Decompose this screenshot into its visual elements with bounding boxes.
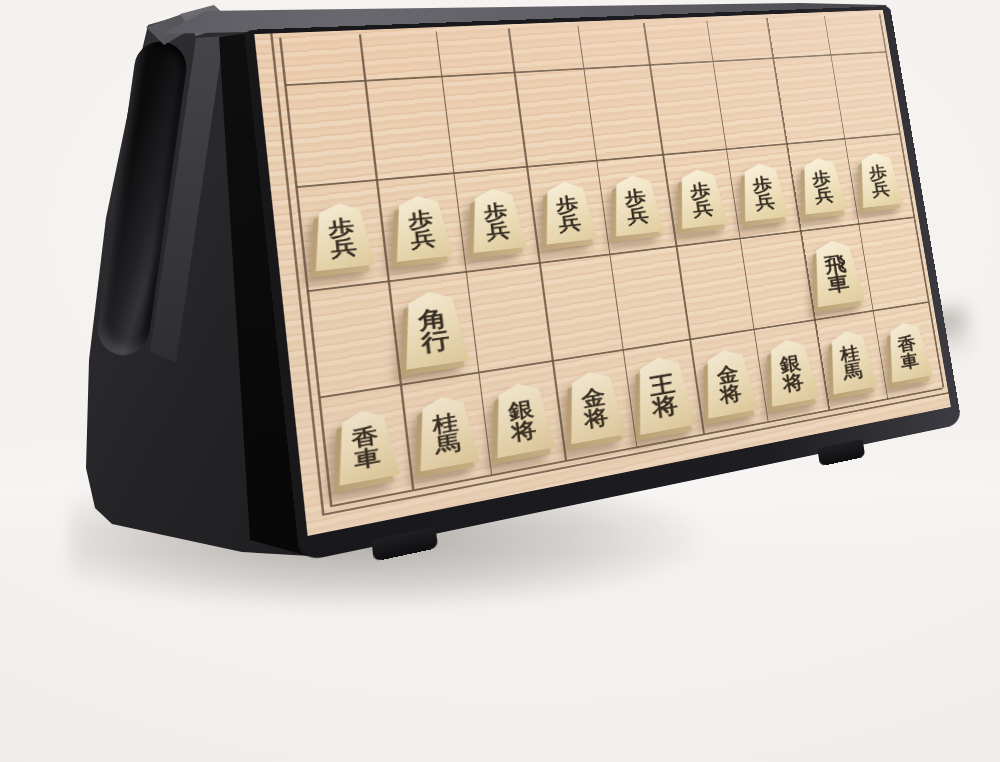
piece-side-face xyxy=(301,207,373,278)
shogi-piece-pawn[interactable]: 歩兵 xyxy=(464,186,530,253)
shogi-piece-pawn[interactable]: 歩兵 xyxy=(853,151,906,208)
shogi-piece-gold[interactable]: 金将 xyxy=(560,367,629,444)
shogi-piece-gold[interactable]: 金将 xyxy=(697,346,761,419)
piece-side-face xyxy=(481,385,553,465)
piece-side-face xyxy=(819,333,876,401)
piece-side-face xyxy=(532,185,595,250)
piece-face: 歩兵 xyxy=(464,186,530,253)
shogi-piece-pawn[interactable]: 歩兵 xyxy=(387,193,455,262)
grid-line-vertical xyxy=(879,14,944,388)
grid-line-horizontal xyxy=(295,133,899,187)
grid-line-vertical xyxy=(359,34,414,489)
grid-line-vertical xyxy=(577,26,637,447)
piece-side-face xyxy=(382,199,451,268)
piece-face: 金将 xyxy=(697,346,761,419)
shogi-piece-bishop[interactable]: 角行 xyxy=(395,288,472,370)
grid-line-vertical xyxy=(824,16,889,399)
piece-face: 歩兵 xyxy=(853,151,906,208)
piece-face: 歩兵 xyxy=(795,156,849,215)
piece-face: 香車 xyxy=(881,319,934,383)
piece-face: 歩兵 xyxy=(735,162,791,222)
piece-side-face xyxy=(668,173,727,235)
shogi-piece-pawn[interactable]: 歩兵 xyxy=(795,156,849,215)
piece-side-face xyxy=(693,352,757,425)
grid-line-vertical xyxy=(279,38,332,506)
piece-side-face xyxy=(459,192,525,259)
piece-face: 角行 xyxy=(395,288,472,370)
piece-side-face xyxy=(757,342,819,413)
shogi-piece-pawn[interactable]: 歩兵 xyxy=(306,201,377,272)
piece-side-face xyxy=(405,398,477,478)
shogi-piece-silver[interactable]: 銀将 xyxy=(760,336,821,407)
piece-side-face xyxy=(601,179,662,243)
grid-line-vertical xyxy=(706,21,769,422)
shogi-piece-rook[interactable]: 飛車 xyxy=(806,238,867,308)
grid-line-vertical xyxy=(766,18,830,409)
piece-side-face xyxy=(555,373,624,451)
shogi-piece-lance[interactable]: 香車 xyxy=(881,319,934,383)
product-photo-shogi-set: 歩兵歩兵歩兵歩兵歩兵歩兵歩兵歩兵歩兵角行飛車香車桂馬銀将金将王将金将銀将桂馬香車 xyxy=(0,0,1000,762)
shogi-piece-pawn[interactable]: 歩兵 xyxy=(606,173,667,236)
piece-side-face xyxy=(390,294,467,377)
shogi-piece-knight[interactable]: 桂馬 xyxy=(822,327,879,394)
piece-face: 銀将 xyxy=(760,336,821,407)
shogi-piece-lance[interactable]: 香車 xyxy=(329,406,402,486)
piece-face: 香車 xyxy=(329,406,402,486)
shogi-piece-silver[interactable]: 銀将 xyxy=(486,379,558,459)
shogi-piece-knight[interactable]: 桂馬 xyxy=(410,392,482,472)
piece-face: 歩兵 xyxy=(606,173,667,236)
piece-face: 歩兵 xyxy=(306,201,377,272)
piece-face: 歩兵 xyxy=(536,180,599,245)
piece-side-face xyxy=(731,167,788,227)
piece-side-face xyxy=(849,156,902,214)
grid-line-horizontal xyxy=(318,301,928,398)
piece-face: 王将 xyxy=(628,353,699,436)
piece-side-face xyxy=(623,358,694,441)
grid-line-vertical xyxy=(436,31,493,474)
piece-face: 歩兵 xyxy=(672,167,731,229)
piece-face: 飛車 xyxy=(806,238,867,308)
piece-side-face xyxy=(791,161,846,220)
grid-line-horizontal xyxy=(307,217,914,292)
shogi-piece-pawn[interactable]: 歩兵 xyxy=(735,162,791,222)
piece-face: 銀将 xyxy=(486,379,558,459)
piece-side-face xyxy=(324,412,397,493)
piece-face: 歩兵 xyxy=(387,193,455,262)
grid-line-vertical xyxy=(643,23,705,434)
piece-side-face xyxy=(802,243,863,313)
shogi-piece-pawn[interactable]: 歩兵 xyxy=(536,180,599,245)
grid-line-horizontal xyxy=(284,51,885,85)
piece-side-face xyxy=(878,324,932,388)
board-border-line xyxy=(270,10,951,516)
piece-face: 桂馬 xyxy=(410,392,482,472)
piece-face: 桂馬 xyxy=(822,327,879,394)
shogi-piece-pawn[interactable]: 歩兵 xyxy=(672,167,731,229)
grid-line-vertical xyxy=(508,28,567,460)
piece-face: 金将 xyxy=(560,367,629,444)
shogi-piece-king[interactable]: 王将 xyxy=(628,353,699,436)
